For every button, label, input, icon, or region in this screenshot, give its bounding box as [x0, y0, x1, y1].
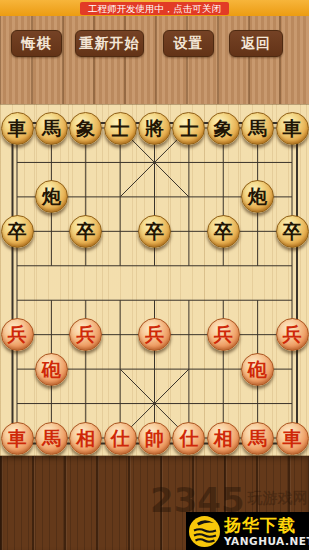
app-root: 工程师开发使用中，点击可关闭 悔棋 重新开始 设置 返回 車馬象士將士象馬車炮炮…	[0, 0, 309, 550]
piece-black-soldier[interactable]: 卒	[207, 215, 240, 248]
status-bar: 工程师开发使用中，点击可关闭	[0, 0, 309, 16]
logo-title: 扬华下载	[224, 516, 309, 535]
piece-black-soldier[interactable]: 卒	[1, 215, 34, 248]
yanghua-logo: 扬华下载 YANGHUA.NET	[186, 512, 309, 550]
piece-black-advisor[interactable]: 士	[104, 112, 137, 145]
piece-red-soldier[interactable]: 兵	[276, 318, 309, 351]
piece-red-soldier[interactable]: 兵	[207, 318, 240, 351]
logo-text: 扬华下载 YANGHUA.NET	[224, 516, 309, 547]
piece-black-advisor[interactable]: 士	[172, 112, 205, 145]
yanghua-logo-icon	[189, 516, 220, 547]
board-grid	[0, 105, 309, 455]
piece-black-soldier[interactable]: 卒	[138, 215, 171, 248]
piece-red-horse[interactable]: 馬	[241, 422, 274, 455]
piece-red-elephant[interactable]: 相	[69, 422, 102, 455]
piece-red-chariot[interactable]: 車	[276, 422, 309, 455]
piece-black-elephant[interactable]: 象	[207, 112, 240, 145]
logo-subtitle: YANGHUA.NET	[224, 535, 309, 547]
piece-black-general[interactable]: 將	[138, 112, 171, 145]
piece-red-advisor[interactable]: 仕	[172, 422, 205, 455]
xiangqi-board[interactable]: 車馬象士將士象馬車炮炮卒卒卒卒卒兵兵兵兵兵砲砲車馬相仕帥仕相馬車	[0, 104, 309, 456]
piece-black-soldier[interactable]: 卒	[276, 215, 309, 248]
undo-move-button[interactable]: 悔棋	[11, 30, 62, 57]
piece-red-soldier[interactable]: 兵	[1, 318, 34, 351]
piece-black-elephant[interactable]: 象	[69, 112, 102, 145]
piece-red-cannon[interactable]: 砲	[35, 353, 68, 386]
piece-red-horse[interactable]: 馬	[35, 422, 68, 455]
piece-black-horse[interactable]: 馬	[35, 112, 68, 145]
piece-red-advisor[interactable]: 仕	[104, 422, 137, 455]
back-button[interactable]: 返回	[229, 30, 283, 57]
dev-banner[interactable]: 工程师开发使用中，点击可关闭	[80, 2, 229, 15]
piece-red-soldier[interactable]: 兵	[138, 318, 171, 351]
toolbar: 悔棋 重新开始 设置 返回	[0, 30, 309, 58]
piece-black-chariot[interactable]: 車	[276, 112, 309, 145]
piece-red-general[interactable]: 帥	[138, 422, 171, 455]
piece-red-chariot[interactable]: 車	[1, 422, 34, 455]
settings-button[interactable]: 设置	[163, 30, 214, 57]
piece-red-elephant[interactable]: 相	[207, 422, 240, 455]
piece-red-cannon[interactable]: 砲	[241, 353, 274, 386]
piece-black-horse[interactable]: 馬	[241, 112, 274, 145]
piece-black-chariot[interactable]: 車	[1, 112, 34, 145]
piece-black-soldier[interactable]: 卒	[69, 215, 102, 248]
restart-button[interactable]: 重新开始	[75, 30, 144, 57]
